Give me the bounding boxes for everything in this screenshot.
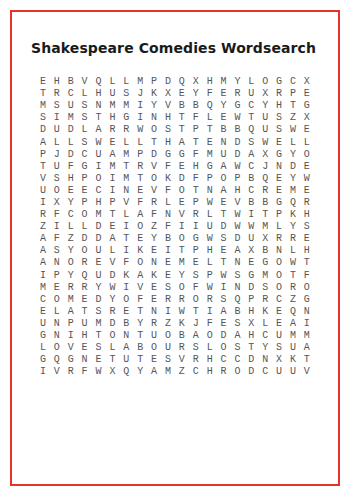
grid-cell: Y: [68, 270, 74, 282]
grid-cell: B: [193, 100, 199, 112]
grid-cell: F: [68, 161, 74, 173]
grid-cell: I: [193, 221, 199, 233]
grid-cell: D: [165, 76, 171, 88]
grid-cell: J: [262, 161, 268, 173]
grid-cell: H: [165, 112, 171, 124]
grid-cell: K: [123, 270, 129, 282]
grid-cell: O: [109, 330, 115, 342]
grid-cell: A: [193, 330, 199, 342]
grid-cell: E: [221, 112, 227, 124]
grid-cell: Y: [151, 233, 157, 245]
grid-cell: L: [54, 137, 60, 149]
grid-cell: Z: [179, 366, 185, 378]
grid-cell: O: [54, 342, 60, 354]
grid-cell: K: [151, 270, 157, 282]
grid-cell: L: [123, 76, 129, 88]
grid-cell: G: [165, 149, 171, 161]
grid-cell: L: [109, 245, 115, 257]
grid-cell: F: [54, 233, 60, 245]
grid-cell: H: [165, 137, 171, 149]
grid-cell: R: [290, 282, 296, 294]
grid-cell: T: [137, 306, 143, 318]
grid-cell: E: [276, 137, 282, 149]
grid-cell: C: [82, 149, 88, 161]
grid-cell: Q: [54, 354, 60, 366]
grid-cell: E: [304, 161, 310, 173]
grid-cell: D: [248, 354, 254, 366]
grid-cell: W: [304, 173, 310, 185]
grid-cell: Y: [109, 294, 115, 306]
grid-cell: A: [40, 233, 46, 245]
grid-cell: E: [137, 185, 143, 197]
grid-cell: N: [96, 100, 102, 112]
grid-cell: A: [248, 149, 254, 161]
grid-cell: G: [40, 354, 46, 366]
grid-cell: S: [123, 88, 129, 100]
grid-cell: N: [234, 282, 240, 294]
grid-cell: P: [82, 173, 88, 185]
grid-cell: V: [40, 173, 46, 185]
grid-cell: C: [96, 185, 102, 197]
grid-cell: B: [123, 318, 129, 330]
grid-cell: L: [54, 306, 60, 318]
grid-cell: U: [96, 270, 102, 282]
grid-cell: E: [304, 185, 310, 197]
grid-cell: H: [193, 161, 199, 173]
grid-cell: U: [40, 318, 46, 330]
grid-cell: Y: [221, 100, 227, 112]
grid-cell: K: [179, 318, 185, 330]
grid-cell: U: [248, 88, 254, 100]
grid-cell: A: [234, 330, 240, 342]
grid-cell: X: [276, 354, 282, 366]
grid-cell: P: [207, 173, 213, 185]
grid-cell: S: [234, 342, 240, 354]
grid-cell: A: [137, 209, 143, 221]
grid-cell: D: [248, 282, 254, 294]
grid-cell: T: [109, 209, 115, 221]
grid-cell: G: [179, 149, 185, 161]
grid-cell: W: [109, 282, 115, 294]
grid-cell: Y: [290, 173, 296, 185]
grid-cell: M: [40, 282, 46, 294]
grid-cell: S: [193, 342, 199, 354]
grid-cell: B: [165, 233, 171, 245]
grid-cell: T: [248, 342, 254, 354]
grid-cell: K: [137, 245, 143, 257]
grid-cell: R: [276, 233, 282, 245]
grid-cell: E: [82, 185, 88, 197]
grid-cell: E: [193, 257, 199, 269]
screenshot-canvas: Shakespeare Comedies Wordsearch EHBVQLLM…: [0, 0, 354, 500]
grid-cell: H: [82, 330, 88, 342]
grid-cell: S: [82, 137, 88, 149]
grid-cell: O: [151, 342, 157, 354]
grid-cell: D: [151, 149, 157, 161]
grid-cell: L: [207, 342, 213, 354]
grid-cell: V: [165, 100, 171, 112]
grid-cell: Q: [262, 173, 268, 185]
grid-cell: G: [82, 161, 88, 173]
grid-cell: X: [304, 112, 310, 124]
grid-cell: I: [123, 221, 129, 233]
grid-cell: F: [193, 282, 199, 294]
grid-cell: R: [82, 282, 88, 294]
grid-cell: Y: [193, 88, 199, 100]
grid-cell: K: [165, 173, 171, 185]
grid-cell: C: [221, 354, 227, 366]
grid-cell: U: [54, 161, 60, 173]
grid-cell: F: [165, 161, 171, 173]
grid-cell: N: [165, 209, 171, 221]
grid-cell: O: [179, 282, 185, 294]
grid-cell: E: [276, 173, 282, 185]
grid-cell: L: [290, 137, 296, 149]
grid-cell: M: [165, 366, 171, 378]
grid-cell: R: [221, 366, 227, 378]
grid-cell: Q: [179, 76, 185, 88]
grid-cell: M: [123, 173, 129, 185]
grid-cell: P: [40, 149, 46, 161]
grid-cell: I: [40, 270, 46, 282]
grid-cell: U: [207, 221, 213, 233]
grid-cell: L: [123, 137, 129, 149]
grid-cell: F: [193, 149, 199, 161]
grid-cell: S: [165, 124, 171, 136]
grid-cell: X: [262, 233, 268, 245]
grid-cell: V: [137, 282, 143, 294]
grid-cell: O: [221, 173, 227, 185]
grid-cell: A: [221, 161, 227, 173]
wordsearch-grid: EHBVQLLMPDQXHMYLOGCXTRCLHUSJKXEYFERUXRPE…: [36, 76, 314, 378]
grid-cell: E: [109, 137, 115, 149]
grid-cell: I: [248, 209, 254, 221]
grid-cell: T: [193, 137, 199, 149]
grid-cell: K: [290, 354, 296, 366]
grid-cell: M: [290, 330, 296, 342]
grid-cell: K: [262, 306, 268, 318]
grid-cell: Z: [165, 318, 171, 330]
grid-cell: H: [68, 173, 74, 185]
grid-cell: M: [109, 161, 115, 173]
grid-cell: V: [304, 366, 310, 378]
grid-cell: N: [54, 257, 60, 269]
grid-cell: N: [276, 161, 282, 173]
grid-cell: M: [262, 221, 268, 233]
grid-cell: H: [248, 330, 254, 342]
grid-cell: U: [262, 124, 268, 136]
grid-cell: N: [54, 318, 60, 330]
grid-cell: H: [248, 306, 254, 318]
grid-cell: M: [123, 149, 129, 161]
grid-cell: D: [109, 318, 115, 330]
grid-cell: P: [234, 173, 240, 185]
grid-cell: O: [96, 173, 102, 185]
grid-cell: C: [248, 161, 254, 173]
grid-cell: T: [82, 306, 88, 318]
grid-cell: G: [40, 330, 46, 342]
grid-cell: S: [82, 100, 88, 112]
grid-cell: Y: [151, 100, 157, 112]
grid-cell: F: [137, 294, 143, 306]
grid-cell: A: [221, 185, 227, 197]
grid-cell: I: [40, 366, 46, 378]
grid-cell: R: [109, 306, 115, 318]
grid-cell: I: [109, 185, 115, 197]
grid-cell: C: [276, 294, 282, 306]
grid-cell: D: [179, 173, 185, 185]
grid-cell: A: [40, 137, 46, 149]
grid-cell: N: [276, 245, 282, 257]
grid-cell: L: [82, 124, 88, 136]
grid-cell: B: [234, 124, 240, 136]
grid-cell: M: [40, 100, 46, 112]
grid-cell: T: [304, 257, 310, 269]
grid-cell: W: [207, 233, 213, 245]
grid-cell: D: [96, 294, 102, 306]
grid-cell: O: [82, 209, 88, 221]
grid-cell: L: [109, 76, 115, 88]
grid-cell: W: [207, 282, 213, 294]
grid-cell: J: [193, 318, 199, 330]
grid-cell: L: [68, 137, 74, 149]
grid-cell: H: [207, 354, 213, 366]
grid-cell: O: [68, 257, 74, 269]
grid-cell: F: [193, 173, 199, 185]
grid-cell: O: [193, 294, 199, 306]
grid-cell: S: [276, 342, 282, 354]
grid-cell: S: [54, 100, 60, 112]
grid-cell: P: [193, 197, 199, 209]
grid-cell: W: [290, 257, 296, 269]
grid-cell: P: [109, 197, 115, 209]
grid-cell: I: [304, 318, 310, 330]
grid-cell: T: [248, 112, 254, 124]
grid-cell: U: [276, 330, 282, 342]
grid-cell: K: [151, 88, 157, 100]
grid-cell: E: [151, 294, 157, 306]
grid-cell: E: [123, 306, 129, 318]
grid-cell: Y: [234, 76, 240, 88]
grid-cell: W: [234, 221, 240, 233]
grid-cell: T: [123, 233, 129, 245]
grid-cell: Q: [290, 197, 296, 209]
grid-cell: S: [40, 112, 46, 124]
grid-cell: I: [165, 306, 171, 318]
grid-cell: O: [137, 257, 143, 269]
grid-cell: W: [262, 137, 268, 149]
grid-cell: E: [82, 294, 88, 306]
grid-cell: S: [234, 270, 240, 282]
grid-cell: W: [96, 366, 102, 378]
grid-cell: Y: [179, 270, 185, 282]
grid-cell: D: [221, 330, 227, 342]
grid-cell: T: [290, 100, 296, 112]
grid-cell: I: [207, 306, 213, 318]
grid-cell: C: [262, 330, 268, 342]
grid-cell: F: [304, 270, 310, 282]
grid-cell: I: [137, 112, 143, 124]
grid-cell: O: [276, 282, 282, 294]
grid-cell: C: [40, 294, 46, 306]
grid-cell: S: [96, 342, 102, 354]
grid-cell: D: [109, 270, 115, 282]
grid-cell: H: [96, 88, 102, 100]
grid-cell: M: [137, 76, 143, 88]
grid-cell: A: [109, 233, 115, 245]
grid-cell: I: [123, 245, 129, 257]
grid-cell: N: [123, 330, 129, 342]
grid-cell: Q: [96, 76, 102, 88]
grid-cell: C: [248, 185, 254, 197]
grid-cell: R: [179, 342, 185, 354]
grid-cell: W: [96, 137, 102, 149]
grid-cell: R: [123, 124, 129, 136]
grid-cell: R: [193, 209, 199, 221]
grid-cell: L: [207, 209, 213, 221]
grid-cell: R: [234, 88, 240, 100]
grid-cell: U: [109, 88, 115, 100]
grid-cell: M: [290, 185, 296, 197]
grid-cell: I: [137, 100, 143, 112]
grid-cell: H: [207, 76, 213, 88]
grid-cell: R: [290, 233, 296, 245]
grid-cell: N: [151, 257, 157, 269]
grid-cell: V: [123, 197, 129, 209]
grid-cell: I: [109, 173, 115, 185]
grid-cell: W: [221, 270, 227, 282]
grid-cell: T: [151, 137, 157, 149]
grid-cell: D: [96, 233, 102, 245]
grid-cell: B: [137, 342, 143, 354]
grid-cell: O: [82, 245, 88, 257]
grid-cell: Z: [68, 233, 74, 245]
grid-cell: F: [137, 197, 143, 209]
grid-cell: D: [248, 366, 254, 378]
grid-cell: Z: [290, 294, 296, 306]
grid-cell: O: [207, 330, 213, 342]
grid-cell: M: [207, 149, 213, 161]
grid-cell: T: [40, 88, 46, 100]
grid-cell: P: [137, 149, 143, 161]
grid-cell: G: [123, 112, 129, 124]
grid-cell: X: [248, 245, 254, 257]
grid-cell: S: [234, 318, 240, 330]
grid-cell: N: [123, 185, 129, 197]
grid-cell: G: [193, 233, 199, 245]
grid-cell: A: [68, 306, 74, 318]
grid-cell: L: [82, 221, 88, 233]
grid-cell: T: [123, 161, 129, 173]
grid-cell: S: [262, 282, 268, 294]
grid-cell: E: [68, 185, 74, 197]
grid-cell: U: [290, 342, 296, 354]
grid-cell: P: [207, 270, 213, 282]
grid-cell: L: [109, 342, 115, 354]
grid-cell: N: [221, 137, 227, 149]
grid-cell: N: [151, 306, 157, 318]
grid-cell: L: [123, 209, 129, 221]
grid-cell: E: [151, 282, 157, 294]
grid-cell: P: [276, 209, 282, 221]
grid-cell: S: [82, 112, 88, 124]
grid-cell: A: [96, 124, 102, 136]
grid-cell: Y: [290, 149, 296, 161]
grid-cell: G: [248, 270, 254, 282]
grid-cell: F: [193, 112, 199, 124]
grid-cell: P: [68, 318, 74, 330]
grid-cell: E: [207, 137, 213, 149]
grid-cell: A: [40, 257, 46, 269]
grid-cell: W: [234, 209, 240, 221]
grid-cell: T: [137, 354, 143, 366]
grid-cell: R: [40, 209, 46, 221]
grid-cell: S: [276, 112, 282, 124]
grid-cell: L: [137, 137, 143, 149]
grid-cell: L: [262, 318, 268, 330]
grid-cell: V: [151, 161, 157, 173]
grid-cell: X: [165, 88, 171, 100]
grid-cell: S: [54, 245, 60, 257]
grid-cell: L: [276, 221, 282, 233]
grid-cell: E: [179, 88, 185, 100]
grid-cell: T: [179, 112, 185, 124]
grid-cell: J: [137, 88, 143, 100]
grid-cell: G: [207, 161, 213, 173]
grid-cell: C: [193, 366, 199, 378]
grid-cell: M: [109, 100, 115, 112]
grid-cell: B: [248, 173, 254, 185]
grid-cell: O: [304, 149, 310, 161]
grid-cell: Q: [234, 294, 240, 306]
grid-cell: P: [248, 294, 254, 306]
grid-cell: D: [82, 233, 88, 245]
grid-cell: L: [248, 76, 254, 88]
grid-cell: U: [96, 149, 102, 161]
grid-cell: V: [54, 366, 60, 378]
grid-cell: P: [193, 124, 199, 136]
grid-cell: T: [290, 270, 296, 282]
grid-cell: Y: [137, 318, 143, 330]
grid-cell: K: [290, 209, 296, 221]
grid-cell: F: [165, 221, 171, 233]
grid-cell: T: [193, 306, 199, 318]
grid-cell: V: [82, 76, 88, 88]
grid-cell: O: [179, 185, 185, 197]
grid-cell: G: [68, 354, 74, 366]
grid-cell: E: [54, 282, 60, 294]
grid-cell: J: [54, 149, 60, 161]
grid-cell: O: [304, 282, 310, 294]
grid-cell: C: [262, 366, 268, 378]
grid-cell: H: [234, 185, 240, 197]
grid-cell: E: [276, 318, 282, 330]
grid-cell: Z: [290, 112, 296, 124]
grid-cell: E: [304, 124, 310, 136]
grid-cell: U: [276, 366, 282, 378]
grid-cell: U: [221, 149, 227, 161]
grid-cell: E: [221, 197, 227, 209]
grid-cell: E: [179, 161, 185, 173]
grid-cell: O: [221, 342, 227, 354]
grid-cell: X: [248, 318, 254, 330]
grid-cell: N: [207, 185, 213, 197]
grid-cell: Q: [207, 100, 213, 112]
grid-cell: O: [137, 221, 143, 233]
grid-cell: H: [304, 209, 310, 221]
grid-cell: U: [68, 100, 74, 112]
grid-cell: E: [304, 88, 310, 100]
